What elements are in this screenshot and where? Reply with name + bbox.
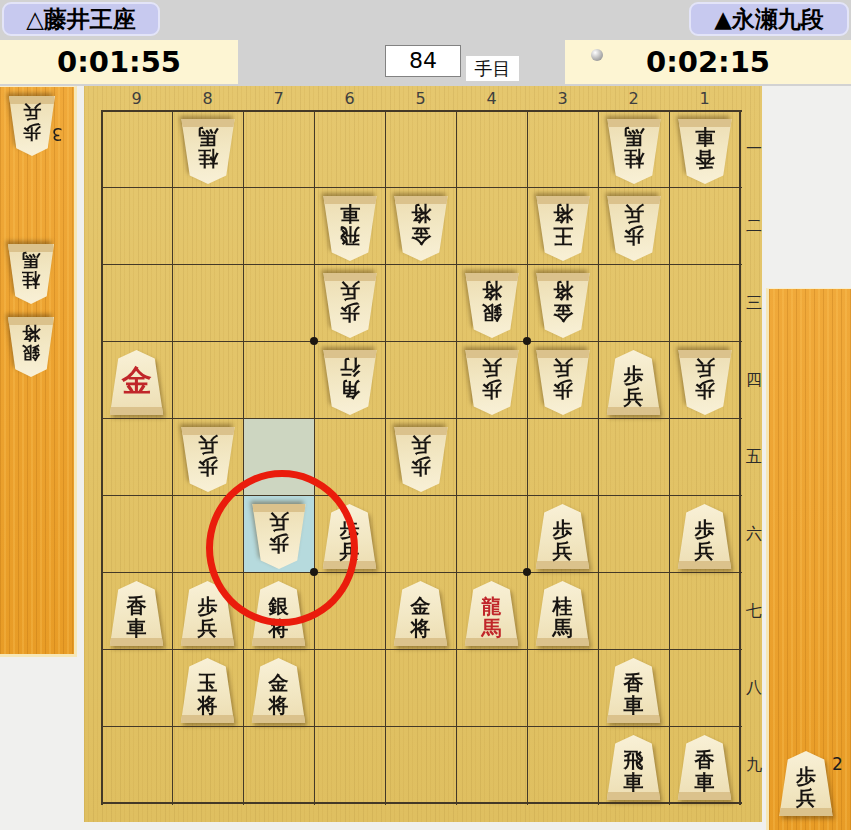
piece-kanji: 銀将	[463, 273, 521, 338]
grid-line	[314, 110, 315, 805]
file-label: 8	[172, 90, 243, 108]
piece-sente-lance: 香車	[108, 581, 166, 646]
grid-line	[456, 110, 457, 805]
piece-kanji: 歩兵	[605, 196, 663, 261]
piece-kanji: 桂馬	[179, 119, 237, 184]
piece-kanji: 歩兵	[534, 504, 592, 569]
grid-line	[739, 110, 741, 805]
player-plate-gote: △藤井王座	[2, 2, 160, 36]
grid-line	[101, 726, 742, 727]
piece-gote-silver: 銀将	[463, 273, 521, 338]
piece-kanji: 歩兵	[605, 350, 663, 415]
grid-line	[669, 110, 670, 805]
piece-kanji: 香車	[108, 581, 166, 646]
shogi-board: 987654321一二三四五六七八九桂馬桂馬香車飛車金将王将歩兵歩兵銀将金将金角…	[84, 86, 762, 822]
clock-bar: 0:01:55 0:02:15 手目	[0, 40, 851, 86]
file-label: 4	[456, 90, 527, 108]
grid-line	[101, 418, 742, 419]
file-label: 5	[385, 90, 456, 108]
move-counter-label: 手目	[466, 56, 519, 81]
grid-line	[598, 110, 599, 805]
piece-gote-knight: 桂馬	[605, 119, 663, 184]
piece-kanji: 歩兵	[777, 751, 835, 816]
komadai-gote: 歩兵3桂馬銀将	[0, 86, 77, 657]
grid-line	[243, 110, 244, 805]
hand-piece-gote-silver: 銀将	[6, 317, 56, 377]
grid-line	[101, 341, 742, 342]
piece-gote-rook: 飛車	[321, 196, 379, 261]
piece-sente-promoted-silver: 金	[108, 350, 166, 415]
piece-gote-pawn: 歩兵	[605, 196, 663, 261]
piece-sente-gold: 金将	[250, 658, 308, 723]
piece-gote-knight: 桂馬	[179, 119, 237, 184]
piece-sente-pawn: 歩兵	[605, 350, 663, 415]
rank-label: 一	[745, 110, 763, 187]
file-label: 1	[669, 90, 740, 108]
piece-kanji: 歩兵	[676, 504, 734, 569]
piece-kanji: 飛車	[605, 735, 663, 800]
piece-gote-gold: 金将	[534, 273, 592, 338]
rank-label: 八	[745, 649, 763, 726]
piece-kanji: 歩兵	[463, 350, 521, 415]
piece-kanji: 金	[108, 350, 166, 415]
hand-piece-gote-knight: 桂馬	[6, 244, 56, 304]
piece-sente-pawn: 歩兵	[676, 504, 734, 569]
komadai-sente: 歩兵2	[766, 288, 851, 830]
rank-label: 九	[745, 726, 763, 803]
player-plate-sente: ▲永瀬九段	[689, 2, 849, 36]
piece-kanji: 王将	[534, 196, 592, 261]
star-point	[523, 337, 531, 345]
piece-gote-pawn: 歩兵	[392, 427, 450, 492]
grid-line	[101, 110, 103, 805]
star-point	[523, 568, 531, 576]
status-led-icon	[591, 49, 603, 61]
grid-line	[101, 264, 742, 265]
piece-kanji: 歩兵	[392, 427, 450, 492]
move-counter-input[interactable]	[385, 45, 461, 77]
last-move-circle	[206, 470, 358, 626]
shogi-broadcast-screen: △藤井王座 ▲永瀬九段 0:01:55 0:02:15 手目 歩兵3桂馬銀将 9…	[0, 0, 851, 830]
piece-gote-king: 王将	[534, 196, 592, 261]
piece-kanji: 香車	[605, 658, 663, 723]
piece-gote-pawn: 歩兵	[676, 350, 734, 415]
rank-label: 三	[745, 264, 763, 341]
rank-label: 二	[745, 187, 763, 264]
piece-kanji: 香車	[676, 119, 734, 184]
rank-label: 六	[745, 495, 763, 572]
grid-line	[385, 110, 386, 805]
piece-kanji: 金将	[250, 658, 308, 723]
piece-kanji: 金将	[392, 196, 450, 261]
piece-kanji: 金将	[534, 273, 592, 338]
hand-piece-count: 2	[832, 755, 843, 773]
piece-kanji: 歩兵	[534, 350, 592, 415]
piece-sente-rook: 飛車	[605, 735, 663, 800]
piece-gote-bishop: 角行	[321, 350, 379, 415]
piece-kanji: 飛車	[321, 196, 379, 261]
top-bar: △藤井王座 ▲永瀬九段	[0, 0, 851, 40]
grid-line	[172, 110, 173, 805]
piece-sente-promoted-bishop: 龍馬	[463, 581, 521, 646]
piece-gote-lance: 香車	[676, 119, 734, 184]
clock-gote: 0:01:55	[0, 40, 238, 84]
file-label: 9	[101, 90, 172, 108]
piece-kanji: 桂馬	[605, 119, 663, 184]
file-label: 2	[598, 90, 669, 108]
piece-gote-gold: 金将	[392, 196, 450, 261]
rank-label: 七	[745, 572, 763, 649]
piece-sente-knight: 桂馬	[534, 581, 592, 646]
hand-piece-count: 3	[52, 125, 63, 143]
star-point	[310, 337, 318, 345]
piece-kanji: 桂馬	[534, 581, 592, 646]
piece-sente-king: 玉将	[179, 658, 237, 723]
piece-kanji: 歩兵	[321, 273, 379, 338]
rank-label: 五	[745, 418, 763, 495]
hand-piece-gote-pawn: 歩兵	[7, 96, 57, 156]
piece-sente-lance: 香車	[605, 658, 663, 723]
piece-gote-pawn: 歩兵	[463, 350, 521, 415]
piece-kanji: 香車	[676, 735, 734, 800]
grid-line	[527, 110, 528, 805]
piece-kanji: 玉将	[179, 658, 237, 723]
rank-label: 四	[745, 341, 763, 418]
piece-sente-lance: 香車	[676, 735, 734, 800]
piece-kanji: 龍馬	[463, 581, 521, 646]
piece-sente-pawn: 歩兵	[534, 504, 592, 569]
grid-line	[101, 572, 742, 573]
file-label: 6	[314, 90, 385, 108]
grid-line	[101, 802, 742, 804]
piece-gote-pawn: 歩兵	[321, 273, 379, 338]
piece-kanji: 金将	[392, 581, 450, 646]
piece-gote-pawn: 歩兵	[179, 427, 237, 492]
clock-sente: 0:02:15	[565, 40, 851, 84]
piece-kanji: 歩兵	[7, 96, 57, 156]
piece-gote-pawn: 歩兵	[534, 350, 592, 415]
grid-line	[101, 110, 742, 112]
hand-piece-sente-pawn: 歩兵	[777, 751, 835, 816]
piece-sente-gold: 金将	[392, 581, 450, 646]
piece-kanji: 桂馬	[6, 244, 56, 304]
piece-kanji: 銀将	[6, 317, 56, 377]
piece-kanji: 歩兵	[179, 427, 237, 492]
file-label: 3	[527, 90, 598, 108]
piece-kanji: 角行	[321, 350, 379, 415]
file-label: 7	[243, 90, 314, 108]
grid-line	[101, 649, 742, 650]
grid-line	[101, 187, 742, 188]
piece-kanji: 歩兵	[676, 350, 734, 415]
grid-line	[101, 495, 742, 496]
